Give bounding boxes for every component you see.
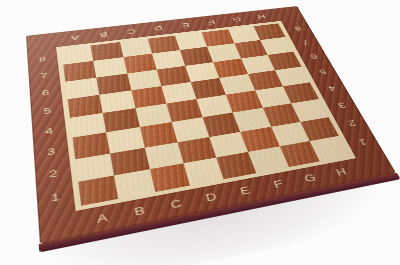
file-label-top-d: D (149, 23, 169, 34)
rank-label-right-8: 8 (287, 23, 308, 34)
rank-label-left-2: 2 (41, 165, 66, 184)
file-label-top-a: A (65, 32, 85, 44)
rank-label-right-2: 2 (339, 116, 364, 131)
rank-label-right-5: 5 (311, 66, 333, 78)
rank-label-left-6: 6 (35, 86, 57, 100)
file-label-bottom-c: C (163, 194, 190, 214)
file-label-bottom-d: D (198, 188, 225, 208)
file-label-top-g: G (227, 14, 247, 24)
file-label-bottom-g: G (297, 169, 324, 187)
rank-label-left-8: 8 (32, 53, 53, 66)
rank-label-left-3: 3 (39, 143, 63, 160)
rank-label-left-5: 5 (36, 104, 59, 119)
file-label-top-c: C (121, 26, 141, 37)
rank-label-left-7: 7 (34, 69, 55, 82)
file-label-top-b: B (93, 29, 113, 40)
file-label-bottom-h: H (328, 163, 355, 181)
rank-label-right-7: 7 (295, 37, 316, 48)
file-label-top-f: F (201, 17, 221, 27)
file-label-bottom-b: B (127, 201, 154, 222)
rank-label-right-6: 6 (303, 51, 325, 63)
square-a1 (78, 175, 118, 206)
file-label-bottom-e: E (232, 181, 259, 200)
file-label-top-h: H (252, 11, 272, 21)
rank-label-left-1: 1 (43, 188, 69, 208)
rank-label-right-4: 4 (320, 81, 343, 94)
rank-label-right-3: 3 (329, 98, 353, 112)
rank-label-left-4: 4 (38, 123, 61, 139)
file-label-top-e: E (175, 20, 195, 31)
square-c1 (149, 163, 189, 192)
rank-label-right-1: 1 (350, 134, 376, 150)
photo-stage: AA88BB77CC66DD55EE44FF33GG22HH11 (0, 0, 400, 265)
file-label-bottom-a: A (89, 208, 116, 229)
file-label-bottom-f: F (265, 175, 292, 194)
